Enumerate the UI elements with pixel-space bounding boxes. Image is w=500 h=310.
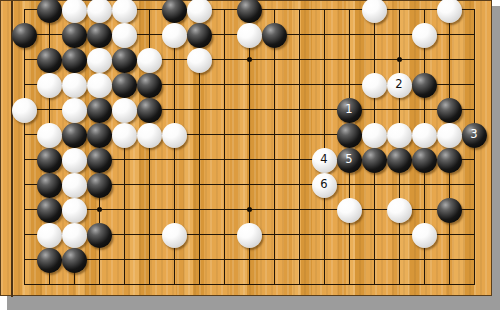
white-stone	[62, 223, 87, 248]
white-stone	[62, 0, 87, 23]
white-stone	[112, 23, 137, 48]
white-stone	[162, 123, 187, 148]
move-number: 5	[337, 148, 362, 173]
white-stone	[62, 198, 87, 223]
move-number: 1	[337, 98, 362, 123]
white-stone	[412, 23, 437, 48]
white-stone	[387, 198, 412, 223]
black-stone	[137, 98, 162, 123]
numbered-white-stone: 6	[312, 173, 337, 198]
white-stone	[362, 0, 387, 23]
black-stone	[187, 23, 212, 48]
black-stone	[362, 148, 387, 173]
black-stone	[112, 73, 137, 98]
grid-vertical-line	[324, 9, 325, 284]
move-number: 6	[312, 173, 337, 198]
white-stone	[112, 123, 137, 148]
white-stone	[237, 223, 262, 248]
black-stone	[337, 123, 362, 148]
star-point	[397, 57, 402, 62]
black-stone	[87, 223, 112, 248]
black-stone	[12, 23, 37, 48]
black-stone	[62, 48, 87, 73]
white-stone	[362, 123, 387, 148]
grid-vertical-line	[299, 9, 300, 284]
white-stone	[62, 148, 87, 173]
grid-vertical-line	[224, 9, 225, 284]
numbered-white-stone: 4	[312, 148, 337, 173]
board-frame-line	[11, 1, 13, 297]
black-stone	[87, 173, 112, 198]
white-stone	[137, 123, 162, 148]
white-stone	[362, 73, 387, 98]
white-stone	[437, 123, 462, 148]
white-stone	[87, 73, 112, 98]
star-point	[97, 207, 102, 212]
black-stone	[387, 148, 412, 173]
grid-horizontal-line	[24, 259, 475, 260]
white-stone	[337, 198, 362, 223]
numbered-black-stone: 1	[337, 98, 362, 123]
white-stone	[162, 223, 187, 248]
white-stone	[12, 98, 37, 123]
black-stone	[162, 0, 187, 23]
white-stone	[237, 23, 262, 48]
numbered-black-stone: 3	[462, 123, 487, 148]
black-stone	[412, 148, 437, 173]
go-board[interactable]: 213456	[0, 0, 492, 296]
black-stone	[37, 0, 62, 23]
grid-vertical-line	[274, 9, 275, 284]
white-stone	[187, 48, 212, 73]
black-stone	[87, 148, 112, 173]
white-stone	[112, 0, 137, 23]
black-stone	[62, 123, 87, 148]
black-stone	[437, 98, 462, 123]
black-stone	[62, 248, 87, 273]
black-stone	[437, 198, 462, 223]
grid-horizontal-line	[24, 284, 475, 285]
star-point	[247, 207, 252, 212]
black-stone	[37, 198, 62, 223]
white-stone	[187, 0, 212, 23]
grid-vertical-line	[24, 9, 25, 284]
white-stone	[412, 123, 437, 148]
black-stone	[87, 123, 112, 148]
go-diagram-page: 213456	[0, 0, 500, 310]
white-stone	[87, 0, 112, 23]
move-number: 3	[462, 123, 487, 148]
black-stone	[137, 73, 162, 98]
black-stone	[237, 0, 262, 23]
black-stone	[437, 148, 462, 173]
white-stone	[137, 48, 162, 73]
black-stone	[37, 248, 62, 273]
white-stone	[87, 48, 112, 73]
black-stone	[37, 148, 62, 173]
white-stone	[387, 123, 412, 148]
black-stone	[37, 48, 62, 73]
move-number: 4	[312, 148, 337, 173]
white-stone	[62, 73, 87, 98]
white-stone	[412, 223, 437, 248]
white-stone	[37, 223, 62, 248]
black-stone	[37, 173, 62, 198]
black-stone	[62, 23, 87, 48]
white-stone	[162, 23, 187, 48]
black-stone	[262, 23, 287, 48]
black-stone	[412, 73, 437, 98]
numbered-white-stone: 2	[387, 73, 412, 98]
black-stone	[112, 48, 137, 73]
black-stone	[87, 23, 112, 48]
white-stone	[112, 98, 137, 123]
white-stone	[37, 123, 62, 148]
white-stone	[62, 173, 87, 198]
star-point	[247, 57, 252, 62]
white-stone	[437, 0, 462, 23]
move-number: 2	[387, 73, 412, 98]
numbered-black-stone: 5	[337, 148, 362, 173]
black-stone	[87, 98, 112, 123]
white-stone	[37, 73, 62, 98]
white-stone	[62, 98, 87, 123]
